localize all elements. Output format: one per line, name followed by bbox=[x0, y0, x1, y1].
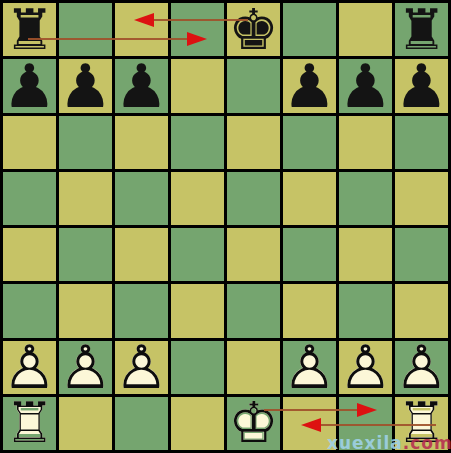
piece-black-pawn: ♟ bbox=[59, 59, 112, 112]
square-f6[interactable] bbox=[283, 116, 336, 169]
piece-black-king: ♚ bbox=[227, 3, 280, 56]
square-d2[interactable] bbox=[171, 341, 224, 394]
piece-black-pawn: ♟ bbox=[339, 59, 392, 112]
piece-white-pawn: ♟♙ bbox=[115, 341, 168, 394]
piece-white-pawn: ♟♙ bbox=[3, 341, 56, 394]
square-a4[interactable] bbox=[3, 228, 56, 281]
square-f3[interactable] bbox=[283, 284, 336, 337]
chess-castling-diagram: ♜♚♜♟♟♟♟♟♟♟♙♟♙♟♙♟♙♟♙♟♙♜♖♚♔♜♖ xuexila.com bbox=[0, 0, 451, 453]
square-e1[interactable]: ♚♔ bbox=[227, 397, 280, 450]
piece-white-pawn: ♟♙ bbox=[395, 341, 448, 394]
square-d8[interactable] bbox=[171, 3, 224, 56]
square-a7[interactable]: ♟ bbox=[3, 59, 56, 112]
square-e2[interactable] bbox=[227, 341, 280, 394]
square-e7[interactable] bbox=[227, 59, 280, 112]
square-h8[interactable]: ♜ bbox=[395, 3, 448, 56]
square-g6[interactable] bbox=[339, 116, 392, 169]
square-b5[interactable] bbox=[59, 172, 112, 225]
piece-black-pawn: ♟ bbox=[115, 59, 168, 112]
square-c7[interactable]: ♟ bbox=[115, 59, 168, 112]
piece-white-rook: ♜♖ bbox=[395, 397, 448, 450]
square-c3[interactable] bbox=[115, 284, 168, 337]
square-b7[interactable]: ♟ bbox=[59, 59, 112, 112]
square-f1[interactable] bbox=[283, 397, 336, 450]
square-e4[interactable] bbox=[227, 228, 280, 281]
chess-board: ♜♚♜♟♟♟♟♟♟♟♙♟♙♟♙♟♙♟♙♟♙♜♖♚♔♜♖ bbox=[0, 0, 451, 453]
square-e5[interactable] bbox=[227, 172, 280, 225]
square-h4[interactable] bbox=[395, 228, 448, 281]
square-d6[interactable] bbox=[171, 116, 224, 169]
square-d4[interactable] bbox=[171, 228, 224, 281]
square-c5[interactable] bbox=[115, 172, 168, 225]
square-b2[interactable]: ♟♙ bbox=[59, 341, 112, 394]
square-g4[interactable] bbox=[339, 228, 392, 281]
square-g1[interactable] bbox=[339, 397, 392, 450]
piece-white-pawn: ♟♙ bbox=[59, 341, 112, 394]
square-b6[interactable] bbox=[59, 116, 112, 169]
square-b4[interactable] bbox=[59, 228, 112, 281]
square-f2[interactable]: ♟♙ bbox=[283, 341, 336, 394]
square-e6[interactable] bbox=[227, 116, 280, 169]
square-g2[interactable]: ♟♙ bbox=[339, 341, 392, 394]
piece-black-rook: ♜ bbox=[3, 3, 56, 56]
square-h7[interactable]: ♟ bbox=[395, 59, 448, 112]
square-c1[interactable] bbox=[115, 397, 168, 450]
piece-white-king: ♚♔ bbox=[227, 397, 280, 450]
square-b1[interactable] bbox=[59, 397, 112, 450]
square-d1[interactable] bbox=[171, 397, 224, 450]
square-c8[interactable] bbox=[115, 3, 168, 56]
square-g5[interactable] bbox=[339, 172, 392, 225]
square-e3[interactable] bbox=[227, 284, 280, 337]
piece-black-rook: ♜ bbox=[395, 3, 448, 56]
square-d5[interactable] bbox=[171, 172, 224, 225]
square-e8[interactable]: ♚ bbox=[227, 3, 280, 56]
square-a3[interactable] bbox=[3, 284, 56, 337]
piece-white-rook: ♜♖ bbox=[3, 397, 56, 450]
square-g3[interactable] bbox=[339, 284, 392, 337]
square-b8[interactable] bbox=[59, 3, 112, 56]
square-c6[interactable] bbox=[115, 116, 168, 169]
square-a2[interactable]: ♟♙ bbox=[3, 341, 56, 394]
square-c4[interactable] bbox=[115, 228, 168, 281]
square-h5[interactable] bbox=[395, 172, 448, 225]
square-f7[interactable]: ♟ bbox=[283, 59, 336, 112]
square-f8[interactable] bbox=[283, 3, 336, 56]
square-d7[interactable] bbox=[171, 59, 224, 112]
square-d3[interactable] bbox=[171, 284, 224, 337]
square-a6[interactable] bbox=[3, 116, 56, 169]
square-h1[interactable]: ♜♖ bbox=[395, 397, 448, 450]
square-h3[interactable] bbox=[395, 284, 448, 337]
square-g8[interactable] bbox=[339, 3, 392, 56]
square-g7[interactable]: ♟ bbox=[339, 59, 392, 112]
square-h2[interactable]: ♟♙ bbox=[395, 341, 448, 394]
square-h6[interactable] bbox=[395, 116, 448, 169]
square-a1[interactable]: ♜♖ bbox=[3, 397, 56, 450]
piece-black-pawn: ♟ bbox=[283, 59, 336, 112]
piece-white-pawn: ♟♙ bbox=[339, 341, 392, 394]
square-b3[interactable] bbox=[59, 284, 112, 337]
square-a8[interactable]: ♜ bbox=[3, 3, 56, 56]
piece-black-pawn: ♟ bbox=[395, 59, 448, 112]
square-c2[interactable]: ♟♙ bbox=[115, 341, 168, 394]
square-a5[interactable] bbox=[3, 172, 56, 225]
piece-white-pawn: ♟♙ bbox=[283, 341, 336, 394]
square-f4[interactable] bbox=[283, 228, 336, 281]
square-f5[interactable] bbox=[283, 172, 336, 225]
piece-black-pawn: ♟ bbox=[3, 59, 56, 112]
